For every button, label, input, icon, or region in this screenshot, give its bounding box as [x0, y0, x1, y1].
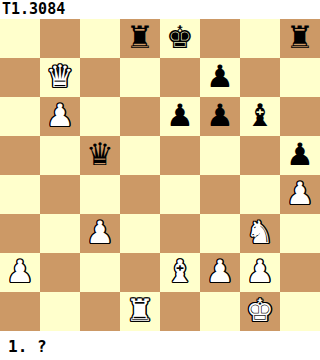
piece-black-pawn-f6[interactable]: ♟ [206, 100, 234, 131]
square-h5[interactable]: ♟ [280, 136, 320, 175]
square-f3[interactable] [200, 214, 240, 253]
square-d4[interactable] [120, 175, 160, 214]
square-e3[interactable] [160, 214, 200, 253]
square-a2[interactable]: ♟ [0, 253, 40, 292]
square-a7[interactable] [0, 58, 40, 97]
square-c5[interactable]: ♛ [80, 136, 120, 175]
square-b4[interactable] [40, 175, 80, 214]
piece-black-rook-h8[interactable]: ♜ [286, 22, 314, 53]
square-f1[interactable] [200, 292, 240, 331]
square-e1[interactable] [160, 292, 200, 331]
square-f2[interactable]: ♟ [200, 253, 240, 292]
square-h1[interactable] [280, 292, 320, 331]
piece-white-king-g1[interactable]: ♚ [246, 295, 274, 326]
square-c7[interactable] [80, 58, 120, 97]
square-c4[interactable] [80, 175, 120, 214]
piece-white-rook-d1[interactable]: ♜ [126, 295, 154, 326]
square-b5[interactable] [40, 136, 80, 175]
square-a1[interactable] [0, 292, 40, 331]
square-h8[interactable]: ♜ [280, 19, 320, 58]
piece-black-pawn-h5[interactable]: ♟ [286, 139, 314, 170]
piece-black-queen-c5[interactable]: ♛ [86, 139, 114, 170]
square-f7[interactable]: ♟ [200, 58, 240, 97]
puzzle-id-label: T1.3084 [2, 0, 65, 19]
square-c2[interactable] [80, 253, 120, 292]
square-b1[interactable] [40, 292, 80, 331]
square-g3[interactable]: ♞ [240, 214, 280, 253]
square-h3[interactable] [280, 214, 320, 253]
square-e5[interactable] [160, 136, 200, 175]
square-d5[interactable] [120, 136, 160, 175]
square-e7[interactable] [160, 58, 200, 97]
square-a6[interactable] [0, 97, 40, 136]
square-g4[interactable] [240, 175, 280, 214]
square-b6[interactable]: ♟ [40, 97, 80, 136]
square-a5[interactable] [0, 136, 40, 175]
square-d8[interactable]: ♜ [120, 19, 160, 58]
square-g8[interactable] [240, 19, 280, 58]
square-h6[interactable] [280, 97, 320, 136]
square-g7[interactable] [240, 58, 280, 97]
square-b3[interactable] [40, 214, 80, 253]
square-d2[interactable] [120, 253, 160, 292]
piece-white-pawn-a2[interactable]: ♟ [6, 256, 34, 287]
square-g2[interactable]: ♟ [240, 253, 280, 292]
square-a4[interactable] [0, 175, 40, 214]
square-f8[interactable] [200, 19, 240, 58]
square-c8[interactable] [80, 19, 120, 58]
square-h2[interactable] [280, 253, 320, 292]
square-d7[interactable] [120, 58, 160, 97]
square-c3[interactable]: ♟ [80, 214, 120, 253]
piece-black-pawn-f7[interactable]: ♟ [206, 61, 234, 92]
square-g5[interactable] [240, 136, 280, 175]
piece-white-pawn-h4[interactable]: ♟ [286, 178, 314, 209]
square-d1[interactable]: ♜ [120, 292, 160, 331]
move-prompt-label: 1. ? [8, 336, 47, 358]
square-e2[interactable]: ♝ [160, 253, 200, 292]
square-f5[interactable] [200, 136, 240, 175]
piece-white-bishop-e2[interactable]: ♝ [166, 256, 194, 287]
square-e4[interactable] [160, 175, 200, 214]
piece-white-pawn-b6[interactable]: ♟ [46, 100, 74, 131]
square-f4[interactable] [200, 175, 240, 214]
chess-puzzle-screen: T1.3084 ♜♚♜♛♟♟♟♟♝♛♟♟♟♞♟♝♟♟♜♚ 1. ? [0, 0, 320, 360]
square-b2[interactable] [40, 253, 80, 292]
square-b8[interactable] [40, 19, 80, 58]
square-b7[interactable]: ♛ [40, 58, 80, 97]
square-g6[interactable]: ♝ [240, 97, 280, 136]
chess-board: ♜♚♜♛♟♟♟♟♝♛♟♟♟♞♟♝♟♟♜♚ [0, 19, 320, 331]
piece-black-rook-d8[interactable]: ♜ [126, 22, 154, 53]
piece-black-bishop-g6[interactable]: ♝ [246, 100, 274, 131]
piece-white-queen-b7[interactable]: ♛ [46, 61, 74, 92]
square-g1[interactable]: ♚ [240, 292, 280, 331]
piece-black-pawn-e6[interactable]: ♟ [166, 100, 194, 131]
square-e6[interactable]: ♟ [160, 97, 200, 136]
square-d3[interactable] [120, 214, 160, 253]
piece-white-pawn-g2[interactable]: ♟ [246, 256, 274, 287]
square-h4[interactable]: ♟ [280, 175, 320, 214]
piece-black-king-e8[interactable]: ♚ [166, 22, 194, 53]
square-c6[interactable] [80, 97, 120, 136]
square-h7[interactable] [280, 58, 320, 97]
square-d6[interactable] [120, 97, 160, 136]
square-a8[interactable] [0, 19, 40, 58]
square-e8[interactable]: ♚ [160, 19, 200, 58]
piece-white-pawn-c3[interactable]: ♟ [86, 217, 114, 248]
square-c1[interactable] [80, 292, 120, 331]
square-a3[interactable] [0, 214, 40, 253]
square-f6[interactable]: ♟ [200, 97, 240, 136]
piece-white-knight-g3[interactable]: ♞ [246, 217, 274, 248]
piece-white-pawn-f2[interactable]: ♟ [206, 256, 234, 287]
